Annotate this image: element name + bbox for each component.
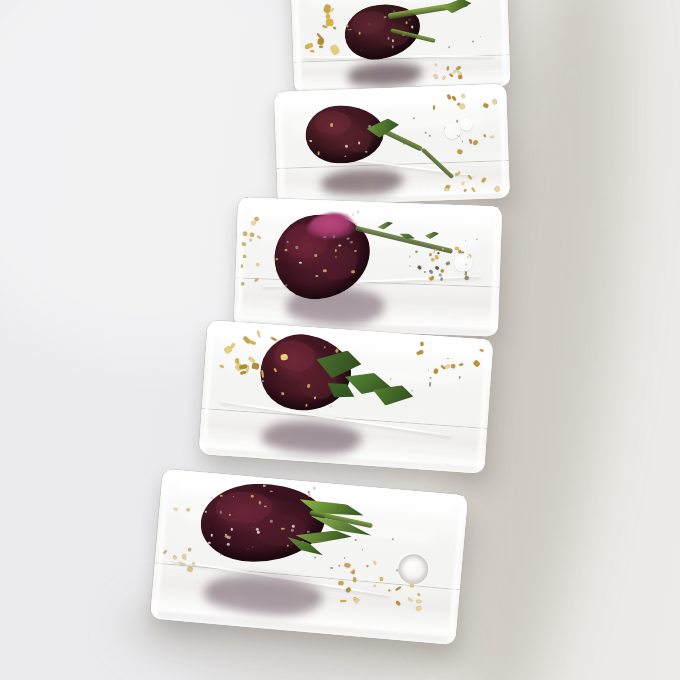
glitter-speck: [360, 50, 362, 52]
gold-flake: [440, 278, 442, 281]
gold-flake: [305, 585, 308, 588]
gold-flake: [368, 303, 371, 306]
resin-pendant-4: [199, 320, 494, 474]
gold-flake: [417, 351, 422, 355]
gold-flake: [325, 19, 333, 26]
glitter-speck: [335, 349, 339, 353]
gold-flake: [261, 370, 264, 379]
glitter-speck: [357, 211, 360, 213]
glitter-speck: [353, 250, 356, 252]
resin-pendant-5: [150, 469, 468, 645]
glitter-speck: [208, 542, 210, 544]
glitter-speck: [270, 520, 273, 523]
gold-flake: [340, 600, 346, 602]
glitter-speck: [227, 543, 230, 546]
glitter-speck: [270, 490, 273, 492]
glitter-speck: [351, 270, 355, 273]
glitter-speck: [220, 495, 223, 497]
glitter-speck: [247, 548, 250, 550]
glitter-speck: [285, 284, 288, 286]
glitter-speck: [257, 531, 260, 534]
resin-pendant-1: [289, 0, 510, 94]
glitter-speck: [281, 392, 284, 395]
glitter-speck: [305, 404, 307, 407]
glitter-speck: [457, 120, 459, 123]
glitter-speck: [299, 262, 302, 264]
gold-flake: [492, 99, 497, 105]
glitter-speck: [411, 26, 413, 29]
gold-flake: [358, 440, 361, 443]
gold-flake: [297, 592, 300, 595]
glitter-speck: [204, 511, 206, 513]
glitter-speck: [308, 494, 310, 497]
glitter-speck: [391, 39, 394, 42]
glitter-speck: [313, 487, 316, 490]
glitter-speck: [433, 252, 434, 253]
gold-flake: [310, 49, 314, 52]
glitter-speck: [344, 156, 346, 158]
glitter-speck: [295, 246, 298, 249]
gold-flake: [354, 312, 357, 315]
glitter-speck: [259, 501, 261, 504]
glitter-speck: [361, 548, 363, 550]
gold-flake: [319, 46, 323, 48]
gold-flake: [370, 65, 373, 68]
glitter-speck: [365, 151, 368, 153]
glitter-speck: [323, 346, 326, 349]
gold-flake: [353, 321, 356, 324]
glitter-speck: [391, 45, 394, 48]
glitter-speck: [315, 275, 318, 277]
gold-flake: [287, 431, 290, 434]
glitter-speck: [229, 536, 231, 539]
photo-canvas: { "scene": { "kind": "photograph", "subj…: [0, 0, 680, 680]
gold-flake: [366, 186, 369, 189]
glitter-speck: [429, 135, 430, 136]
glitter-speck: [368, 23, 370, 25]
glitter-speck: [429, 382, 431, 384]
glitter-speck: [281, 528, 284, 530]
glitter-speck: [350, 241, 353, 243]
gold-flake: [416, 607, 421, 611]
gold-flake: [444, 188, 448, 191]
gold-flake: [364, 297, 367, 300]
photo-scene: [0, 0, 680, 680]
glitter-speck: [355, 539, 357, 542]
glitter-speck: [338, 244, 341, 246]
glitter-speck: [358, 141, 360, 144]
glitter-speck: [472, 40, 474, 42]
gold-flake: [235, 358, 240, 364]
glitter-speck: [317, 152, 320, 155]
glitter-speck: [405, 21, 407, 24]
glitter-speck: [439, 274, 442, 276]
gold-flake: [251, 362, 259, 369]
glitter-speck: [346, 25, 349, 28]
glitter-speck: [314, 556, 316, 559]
glitter-speck: [275, 258, 278, 261]
glitter-speck: [323, 269, 327, 272]
glitter-speck: [425, 131, 427, 134]
gold-flake: [273, 442, 276, 445]
glitter-speck: [403, 142, 405, 144]
glitter-speck: [402, 390, 404, 392]
glitter-speck: [330, 123, 332, 126]
gold-flake: [297, 447, 300, 450]
gold-flake: [239, 601, 242, 604]
resin-pendant-3: [234, 197, 502, 336]
gold-flake: [407, 70, 410, 73]
gold-flake: [270, 428, 273, 431]
glitter-speck: [261, 380, 264, 383]
gold-flake: [420, 342, 424, 346]
rose-petal-highlight: [340, 127, 372, 153]
gold-flake: [187, 566, 193, 571]
glitter-speck: [416, 241, 419, 243]
gold-flake: [391, 186, 394, 189]
glitter-speck: [428, 245, 430, 247]
glitter-speck: [307, 530, 310, 533]
gold-flake: [457, 74, 462, 79]
gold-flake: [429, 253, 432, 256]
glitter-speck: [338, 564, 341, 567]
glitter-speck: [462, 141, 464, 143]
gold-flake: [369, 182, 372, 185]
glitter-speck: [225, 535, 228, 538]
glitter-speck: [458, 376, 460, 379]
gold-flake: [372, 169, 375, 172]
glitter-speck: [231, 527, 233, 530]
glitter-speck: [347, 237, 350, 239]
gold-flake: [365, 81, 368, 84]
gold-flake: [357, 172, 360, 175]
gold-flake: [417, 600, 422, 603]
gold-flake: [307, 607, 310, 610]
glitter-speck: [252, 546, 254, 548]
glitter-speck: [309, 139, 312, 141]
glitter-speck: [430, 377, 431, 378]
glitter-speck: [345, 145, 348, 148]
rose-petal-highlight: [317, 243, 359, 282]
gold-flake: [240, 264, 242, 267]
glitter-speck: [352, 213, 354, 215]
glitter-speck: [220, 511, 222, 513]
gold-flake: [301, 603, 304, 606]
gold-flake: [231, 585, 234, 588]
gold-flake: [362, 71, 365, 74]
resin-pendant-2: [274, 84, 510, 206]
glitter-speck: [211, 534, 213, 537]
gold-flake: [241, 283, 244, 286]
glitter-speck: [409, 255, 410, 257]
glitter-speck: [263, 484, 265, 486]
glitter-speck: [348, 29, 351, 31]
